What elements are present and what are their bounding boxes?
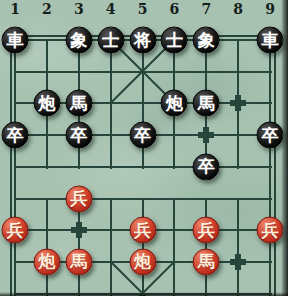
piece-red-cannon[interactable]: 炮 — [129, 248, 156, 275]
point-marker-bracket — [207, 136, 214, 143]
point-marker-file8-rank3 — [230, 95, 246, 111]
file-line-5-top — [142, 39, 144, 169]
piece-black-soldier[interactable]: 卒 — [257, 122, 284, 149]
point-marker-file7-rank4 — [198, 127, 214, 143]
column-label-5: 5 — [138, 1, 148, 17]
piece-black-soldier[interactable]: 卒 — [65, 122, 92, 149]
file-line-5-bottom — [142, 198, 144, 296]
piece-black-elephant[interactable]: 象 — [65, 27, 92, 54]
column-label-3: 3 — [74, 1, 84, 17]
piece-red-soldier[interactable]: 兵 — [129, 217, 156, 244]
piece-black-elephant[interactable]: 象 — [193, 27, 220, 54]
piece-red-soldier[interactable]: 兵 — [257, 217, 284, 244]
piece-black-advisor[interactable]: 士 — [161, 27, 188, 54]
point-marker-file3-rank7 — [71, 222, 87, 238]
xiangqi-board-screen: 123456789 車象士将士象車炮馬炮馬卒卒卒卒卒兵兵兵兵兵炮馬炮馬 — [0, 0, 288, 296]
file-line-1 — [14, 39, 16, 296]
piece-red-soldier[interactable]: 兵 — [2, 217, 29, 244]
point-marker-bracket — [239, 254, 246, 261]
file-line-9 — [269, 39, 271, 296]
piece-black-knight[interactable]: 馬 — [193, 90, 220, 117]
point-marker-bracket — [239, 104, 246, 111]
column-label-2: 2 — [42, 1, 52, 17]
piece-red-soldier[interactable]: 兵 — [65, 185, 92, 212]
column-label-9: 9 — [265, 1, 275, 17]
point-marker-bracket — [230, 95, 237, 102]
piece-black-cannon[interactable]: 炮 — [161, 90, 188, 117]
column-label-1: 1 — [10, 1, 20, 17]
piece-black-rook[interactable]: 車 — [2, 27, 29, 54]
piece-black-cannon[interactable]: 炮 — [33, 90, 60, 117]
point-marker-bracket — [80, 222, 87, 229]
point-marker-bracket — [230, 254, 237, 261]
point-marker-bracket — [239, 95, 246, 102]
piece-red-knight[interactable]: 馬 — [193, 248, 220, 275]
piece-black-soldier[interactable]: 卒 — [193, 153, 220, 180]
file-line-6-bottom — [173, 198, 175, 296]
file-line-4-bottom — [110, 198, 112, 296]
file-line-2-bottom — [46, 198, 48, 296]
file-line-8-bottom — [237, 198, 239, 296]
piece-black-rook[interactable]: 車 — [257, 27, 284, 54]
file-line-3-bottom — [78, 198, 80, 296]
point-marker-bracket — [71, 222, 78, 229]
column-label-4: 4 — [106, 1, 116, 17]
column-label-8: 8 — [233, 1, 243, 17]
point-marker-bracket — [230, 263, 237, 270]
point-marker-bracket — [71, 231, 78, 238]
point-marker-bracket — [198, 127, 205, 134]
piece-black-advisor[interactable]: 士 — [97, 27, 124, 54]
file-line-7-bottom — [205, 198, 207, 296]
column-label-7: 7 — [201, 1, 211, 17]
piece-black-knight[interactable]: 馬 — [65, 90, 92, 117]
piece-black-soldier[interactable]: 卒 — [129, 122, 156, 149]
point-marker-bracket — [198, 136, 205, 143]
piece-black-general[interactable]: 将 — [129, 27, 156, 54]
column-label-6: 6 — [170, 1, 180, 17]
piece-red-cannon[interactable]: 炮 — [33, 248, 60, 275]
point-marker-bracket — [239, 263, 246, 270]
piece-red-knight[interactable]: 馬 — [65, 248, 92, 275]
point-marker-file8-rank8 — [230, 254, 246, 270]
piece-black-soldier[interactable]: 卒 — [2, 122, 29, 149]
point-marker-bracket — [230, 104, 237, 111]
point-marker-bracket — [80, 231, 87, 238]
point-marker-bracket — [207, 127, 214, 134]
piece-red-soldier[interactable]: 兵 — [193, 217, 220, 244]
